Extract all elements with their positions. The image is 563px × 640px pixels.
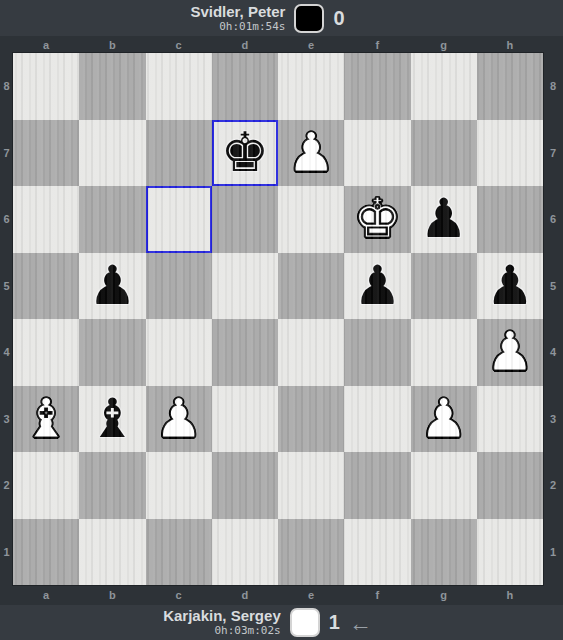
rank-label-5: 5 bbox=[543, 280, 563, 292]
file-label-d: d bbox=[212, 589, 278, 601]
square-e2[interactable] bbox=[278, 452, 344, 519]
white-bishop-piece[interactable]: ♝ bbox=[22, 392, 70, 446]
chess-app: Svidler, Peter 0h:01m:54s 0 abcdefgh 876… bbox=[0, 0, 563, 640]
file-label-e: e bbox=[278, 589, 344, 601]
white-pawn-piece[interactable]: ♟ bbox=[486, 325, 534, 379]
rank-label-4: 4 bbox=[0, 346, 13, 358]
square-g1[interactable] bbox=[411, 519, 477, 586]
square-e5[interactable] bbox=[278, 253, 344, 320]
black-pawn-piece[interactable]: ♟ bbox=[353, 259, 401, 313]
square-g8[interactable] bbox=[411, 53, 477, 120]
top-player-score: 0 bbox=[333, 7, 344, 30]
file-label-h: h bbox=[477, 589, 543, 601]
file-labels-bottom: abcdefgh bbox=[13, 585, 543, 605]
square-c4[interactable] bbox=[146, 319, 212, 386]
square-h1[interactable] bbox=[477, 519, 543, 586]
white-color-indicator bbox=[290, 608, 320, 637]
side-to-move-arrow-icon: ← bbox=[349, 613, 372, 633]
square-g2[interactable] bbox=[411, 452, 477, 519]
square-h8[interactable] bbox=[477, 53, 543, 120]
square-h6[interactable] bbox=[477, 186, 543, 253]
square-f5[interactable]: ♟ bbox=[344, 253, 410, 320]
square-b6[interactable] bbox=[79, 186, 145, 253]
square-c3[interactable]: ♟ bbox=[146, 386, 212, 453]
white-king-piece[interactable]: ♚ bbox=[353, 192, 401, 246]
rank-label-7: 7 bbox=[543, 147, 563, 159]
bottom-player-bar: Karjakin, Sergey 0h:03m:02s 1 ← bbox=[0, 605, 563, 640]
square-d3[interactable] bbox=[212, 386, 278, 453]
square-a6[interactable] bbox=[13, 186, 79, 253]
square-b3[interactable]: ♝ bbox=[79, 386, 145, 453]
square-e7[interactable]: ♟ bbox=[278, 120, 344, 187]
black-king-piece[interactable]: ♚ bbox=[221, 126, 269, 180]
square-a1[interactable] bbox=[13, 519, 79, 586]
square-h7[interactable] bbox=[477, 120, 543, 187]
top-player-info: Svidler, Peter 0h:01m:54s bbox=[190, 4, 285, 33]
top-player-clock: 0h:01m:54s bbox=[190, 20, 285, 33]
white-pawn-piece[interactable]: ♟ bbox=[154, 392, 202, 446]
square-a4[interactable] bbox=[13, 319, 79, 386]
square-b8[interactable] bbox=[79, 53, 145, 120]
black-pawn-piece[interactable]: ♟ bbox=[88, 259, 136, 313]
square-a5[interactable] bbox=[13, 253, 79, 320]
square-d2[interactable] bbox=[212, 452, 278, 519]
square-e6[interactable] bbox=[278, 186, 344, 253]
square-f4[interactable] bbox=[344, 319, 410, 386]
square-f3[interactable] bbox=[344, 386, 410, 453]
rank-label-8: 8 bbox=[543, 80, 563, 92]
square-h2[interactable] bbox=[477, 452, 543, 519]
rank-label-1: 1 bbox=[543, 546, 563, 558]
square-d4[interactable] bbox=[212, 319, 278, 386]
black-bishop-piece[interactable]: ♝ bbox=[88, 392, 136, 446]
square-f8[interactable] bbox=[344, 53, 410, 120]
square-c8[interactable] bbox=[146, 53, 212, 120]
square-d6[interactable] bbox=[212, 186, 278, 253]
square-b1[interactable] bbox=[79, 519, 145, 586]
file-label-b: b bbox=[79, 39, 145, 51]
bottom-player-info: Karjakin, Sergey 0h:03m:02s bbox=[163, 608, 281, 637]
rank-label-2: 2 bbox=[0, 479, 13, 491]
rank-label-2: 2 bbox=[543, 479, 563, 491]
file-label-g: g bbox=[411, 589, 477, 601]
white-pawn-piece[interactable]: ♟ bbox=[419, 392, 467, 446]
file-label-b: b bbox=[79, 589, 145, 601]
file-label-c: c bbox=[146, 39, 212, 51]
file-label-d: d bbox=[212, 39, 278, 51]
board-area: abcdefgh 87654321 ♚♟♚♟♟♟♟♟♝♝♟♟ 87654321 … bbox=[0, 36, 563, 605]
square-a7[interactable] bbox=[13, 120, 79, 187]
square-h3[interactable] bbox=[477, 386, 543, 453]
square-h5[interactable]: ♟ bbox=[477, 253, 543, 320]
rank-label-5: 5 bbox=[0, 280, 13, 292]
rank-label-3: 3 bbox=[0, 413, 13, 425]
square-f2[interactable] bbox=[344, 452, 410, 519]
square-c5[interactable] bbox=[146, 253, 212, 320]
file-label-f: f bbox=[344, 589, 410, 601]
square-b7[interactable] bbox=[79, 120, 145, 187]
square-c7[interactable] bbox=[146, 120, 212, 187]
file-label-a: a bbox=[13, 589, 79, 601]
square-d7[interactable]: ♚ bbox=[212, 120, 278, 187]
file-label-e: e bbox=[278, 39, 344, 51]
square-g5[interactable] bbox=[411, 253, 477, 320]
square-e1[interactable] bbox=[278, 519, 344, 586]
rank-label-3: 3 bbox=[543, 413, 563, 425]
rank-labels-left: 87654321 bbox=[0, 53, 13, 585]
chess-board: ♚♟♚♟♟♟♟♟♝♝♟♟ bbox=[13, 53, 543, 585]
square-b2[interactable] bbox=[79, 452, 145, 519]
bottom-player-clock: 0h:03m:02s bbox=[163, 624, 281, 637]
square-g3[interactable]: ♟ bbox=[411, 386, 477, 453]
square-e4[interactable] bbox=[278, 319, 344, 386]
square-f6[interactable]: ♚ bbox=[344, 186, 410, 253]
square-d5[interactable] bbox=[212, 253, 278, 320]
bottom-player-score: 1 bbox=[329, 611, 340, 634]
top-player-name: Svidler, Peter bbox=[190, 4, 285, 20]
square-f1[interactable] bbox=[344, 519, 410, 586]
square-h4[interactable]: ♟ bbox=[477, 319, 543, 386]
square-g7[interactable] bbox=[411, 120, 477, 187]
square-g6[interactable]: ♟ bbox=[411, 186, 477, 253]
square-c6[interactable] bbox=[146, 186, 212, 253]
square-b5[interactable]: ♟ bbox=[79, 253, 145, 320]
square-c1[interactable] bbox=[146, 519, 212, 586]
square-c2[interactable] bbox=[146, 452, 212, 519]
square-a3[interactable]: ♝ bbox=[13, 386, 79, 453]
rank-label-8: 8 bbox=[0, 80, 13, 92]
top-player-bar: Svidler, Peter 0h:01m:54s 0 bbox=[0, 0, 563, 36]
rank-label-4: 4 bbox=[543, 346, 563, 358]
white-pawn-piece[interactable]: ♟ bbox=[287, 126, 335, 180]
rank-label-1: 1 bbox=[0, 546, 13, 558]
rank-labels-right: 87654321 bbox=[543, 53, 563, 585]
file-label-g: g bbox=[411, 39, 477, 51]
square-a2[interactable] bbox=[13, 452, 79, 519]
rank-label-6: 6 bbox=[543, 213, 563, 225]
square-b4[interactable] bbox=[79, 319, 145, 386]
square-d8[interactable] bbox=[212, 53, 278, 120]
square-d1[interactable] bbox=[212, 519, 278, 586]
square-f7[interactable] bbox=[344, 120, 410, 187]
black-pawn-piece[interactable]: ♟ bbox=[419, 192, 467, 246]
file-label-c: c bbox=[146, 589, 212, 601]
square-e8[interactable] bbox=[278, 53, 344, 120]
black-color-indicator bbox=[294, 4, 324, 33]
square-a8[interactable] bbox=[13, 53, 79, 120]
file-label-a: a bbox=[13, 39, 79, 51]
square-e3[interactable] bbox=[278, 386, 344, 453]
file-label-h: h bbox=[477, 39, 543, 51]
black-pawn-piece[interactable]: ♟ bbox=[486, 259, 534, 313]
square-g4[interactable] bbox=[411, 319, 477, 386]
rank-label-6: 6 bbox=[0, 213, 13, 225]
rank-label-7: 7 bbox=[0, 147, 13, 159]
bottom-player-name: Karjakin, Sergey bbox=[163, 608, 281, 624]
file-label-f: f bbox=[344, 39, 410, 51]
file-labels-top: abcdefgh bbox=[13, 36, 543, 53]
